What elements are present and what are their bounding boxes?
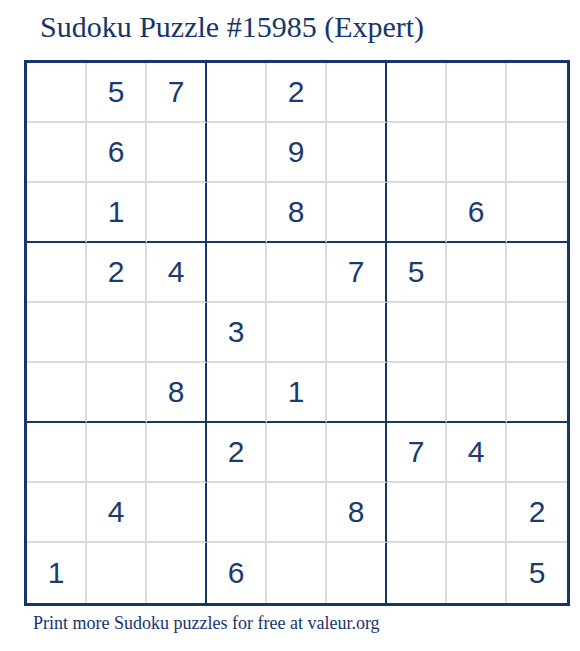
cell-r2c7 — [387, 123, 447, 183]
cell-r5c8 — [447, 303, 507, 363]
cell-r6c3: 8 — [147, 363, 207, 423]
cell-r9c5 — [267, 543, 327, 603]
cell-r4c3: 4 — [147, 243, 207, 303]
cell-r6c7 — [387, 363, 447, 423]
cell-r3c4 — [207, 183, 267, 243]
cell-r5c3 — [147, 303, 207, 363]
footer-text: Print more Sudoku puzzles for free at va… — [33, 613, 380, 634]
cell-r3c2: 1 — [87, 183, 147, 243]
cell-r2c5: 9 — [267, 123, 327, 183]
cell-r5c7 — [387, 303, 447, 363]
cell-r8c1 — [27, 483, 87, 543]
sudoku-board: 572691862475381274482165 — [24, 60, 570, 606]
cell-r9c7 — [387, 543, 447, 603]
cell-r7c6 — [327, 423, 387, 483]
cell-r7c4: 2 — [207, 423, 267, 483]
cell-r4c1 — [27, 243, 87, 303]
cell-r4c8 — [447, 243, 507, 303]
cell-r3c9 — [507, 183, 567, 243]
cell-r7c7: 7 — [387, 423, 447, 483]
cell-r6c2 — [87, 363, 147, 423]
cell-r2c6 — [327, 123, 387, 183]
cell-r9c1: 1 — [27, 543, 87, 603]
cell-r8c9: 2 — [507, 483, 567, 543]
cell-r1c7 — [387, 63, 447, 123]
cell-r1c2: 5 — [87, 63, 147, 123]
cell-r8c6: 8 — [327, 483, 387, 543]
cell-r3c5: 8 — [267, 183, 327, 243]
cell-r5c9 — [507, 303, 567, 363]
cell-r5c6 — [327, 303, 387, 363]
cell-r3c1 — [27, 183, 87, 243]
cell-r6c4 — [207, 363, 267, 423]
cell-r4c2: 2 — [87, 243, 147, 303]
cell-r9c9: 5 — [507, 543, 567, 603]
cell-r7c3 — [147, 423, 207, 483]
cell-r8c3 — [147, 483, 207, 543]
cell-r9c2 — [87, 543, 147, 603]
cell-r9c4: 6 — [207, 543, 267, 603]
cell-r6c6 — [327, 363, 387, 423]
cell-r1c9 — [507, 63, 567, 123]
cell-r2c1 — [27, 123, 87, 183]
cell-r8c5 — [267, 483, 327, 543]
cell-r4c9 — [507, 243, 567, 303]
cell-r3c6 — [327, 183, 387, 243]
cell-r4c4 — [207, 243, 267, 303]
cell-r3c7 — [387, 183, 447, 243]
cell-r9c3 — [147, 543, 207, 603]
cell-r7c9 — [507, 423, 567, 483]
cell-r1c1 — [27, 63, 87, 123]
cell-r7c8: 4 — [447, 423, 507, 483]
cell-r4c6: 7 — [327, 243, 387, 303]
cell-r1c8 — [447, 63, 507, 123]
cell-r1c5: 2 — [267, 63, 327, 123]
cell-r9c8 — [447, 543, 507, 603]
cell-r6c9 — [507, 363, 567, 423]
cell-r5c5 — [267, 303, 327, 363]
cell-r2c2: 6 — [87, 123, 147, 183]
page: Sudoku Puzzle #15985 (Expert) 5726918624… — [0, 0, 580, 651]
cell-r4c7: 5 — [387, 243, 447, 303]
cell-r7c5 — [267, 423, 327, 483]
cell-r5c4: 3 — [207, 303, 267, 363]
cell-r1c4 — [207, 63, 267, 123]
cell-r6c5: 1 — [267, 363, 327, 423]
cell-r7c1 — [27, 423, 87, 483]
cell-r8c2: 4 — [87, 483, 147, 543]
cell-r2c4 — [207, 123, 267, 183]
cell-r7c2 — [87, 423, 147, 483]
cell-r3c8: 6 — [447, 183, 507, 243]
puzzle-title: Sudoku Puzzle #15985 (Expert) — [40, 10, 424, 44]
cell-r1c3: 7 — [147, 63, 207, 123]
cell-r6c8 — [447, 363, 507, 423]
cell-r5c1 — [27, 303, 87, 363]
cell-r3c3 — [147, 183, 207, 243]
cell-r8c4 — [207, 483, 267, 543]
cell-r2c8 — [447, 123, 507, 183]
cell-r6c1 — [27, 363, 87, 423]
cell-r1c6 — [327, 63, 387, 123]
cell-r8c7 — [387, 483, 447, 543]
cell-r5c2 — [87, 303, 147, 363]
cell-r2c3 — [147, 123, 207, 183]
cell-r2c9 — [507, 123, 567, 183]
cell-r4c5 — [267, 243, 327, 303]
cell-r9c6 — [327, 543, 387, 603]
cell-r8c8 — [447, 483, 507, 543]
